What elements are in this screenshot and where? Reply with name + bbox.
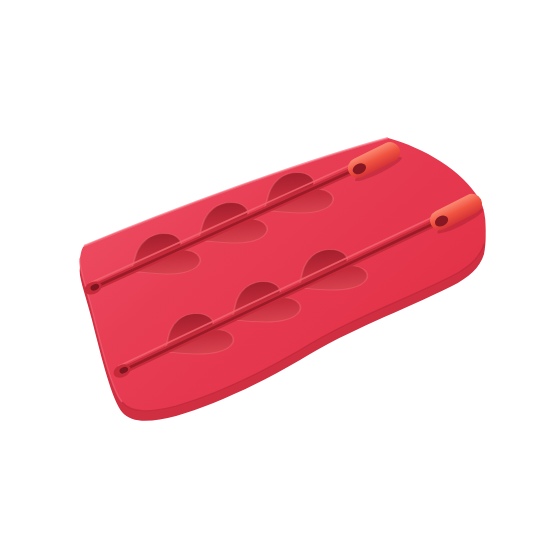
- mold-illustration: [0, 0, 560, 560]
- product-photo: [0, 0, 560, 560]
